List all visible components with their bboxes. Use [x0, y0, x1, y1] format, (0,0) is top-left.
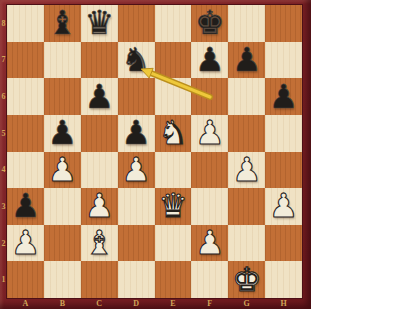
chess-board: ♝♛♚♞♟♟♟♟♟♟♞♟♟♟♟♟♟♛♟♟♝♟♚ — [7, 5, 302, 298]
square-e1[interactable] — [155, 261, 192, 298]
square-f2[interactable]: ♟ — [191, 225, 228, 262]
square-d8[interactable] — [118, 5, 155, 42]
square-b7[interactable] — [44, 42, 81, 79]
square-c2[interactable]: ♝ — [81, 225, 118, 262]
piece-black-pawn-a3[interactable]: ♟ — [11, 188, 41, 224]
square-h3[interactable]: ♟ — [265, 188, 302, 225]
square-a1[interactable] — [7, 261, 44, 298]
square-h1[interactable] — [265, 261, 302, 298]
square-g7[interactable]: ♟ — [228, 42, 265, 79]
square-c6[interactable]: ♟ — [81, 78, 118, 115]
square-c7[interactable] — [81, 42, 118, 79]
square-a4[interactable] — [7, 152, 44, 189]
rank-label-6: 6 — [0, 78, 7, 115]
rank-label-2: 2 — [0, 225, 7, 262]
piece-white-pawn-f5[interactable]: ♟ — [195, 115, 225, 151]
square-e3[interactable]: ♛ — [155, 188, 192, 225]
square-d1[interactable] — [118, 261, 155, 298]
square-a6[interactable] — [7, 78, 44, 115]
piece-white-queen-e3[interactable]: ♛ — [158, 188, 188, 224]
rank-label-4: 4 — [0, 152, 7, 189]
piece-black-pawn-h6[interactable]: ♟ — [269, 79, 299, 115]
file-label-f: F — [191, 298, 228, 309]
piece-white-pawn-h3[interactable]: ♟ — [269, 188, 299, 224]
square-a8[interactable] — [7, 5, 44, 42]
square-d5[interactable]: ♟ — [118, 115, 155, 152]
piece-white-king-g1[interactable]: ♚ — [232, 262, 262, 298]
piece-black-knight-d7[interactable]: ♞ — [121, 42, 151, 78]
square-f8[interactable]: ♚ — [191, 5, 228, 42]
piece-black-pawn-f7[interactable]: ♟ — [195, 42, 225, 78]
piece-white-pawn-d4[interactable]: ♟ — [121, 152, 151, 188]
piece-black-pawn-g7[interactable]: ♟ — [232, 42, 262, 78]
square-a7[interactable] — [7, 42, 44, 79]
file-labels: ABCDEFGH — [7, 298, 302, 309]
square-h8[interactable] — [265, 5, 302, 42]
piece-white-pawn-f2[interactable]: ♟ — [195, 225, 225, 261]
file-label-c: C — [81, 298, 118, 309]
file-label-d: D — [118, 298, 155, 309]
square-h4[interactable] — [265, 152, 302, 189]
rank-label-8: 8 — [0, 5, 7, 42]
square-b5[interactable]: ♟ — [44, 115, 81, 152]
piece-black-pawn-c6[interactable]: ♟ — [84, 79, 114, 115]
square-d4[interactable]: ♟ — [118, 152, 155, 189]
square-f7[interactable]: ♟ — [191, 42, 228, 79]
square-a2[interactable]: ♟ — [7, 225, 44, 262]
square-c5[interactable] — [81, 115, 118, 152]
square-g1[interactable]: ♚ — [228, 261, 265, 298]
square-f4[interactable] — [191, 152, 228, 189]
file-label-g: G — [228, 298, 265, 309]
square-b2[interactable] — [44, 225, 81, 262]
square-d3[interactable] — [118, 188, 155, 225]
file-label-h: H — [265, 298, 302, 309]
piece-black-pawn-d5[interactable]: ♟ — [121, 115, 151, 151]
piece-black-king-f8[interactable]: ♚ — [195, 5, 225, 41]
square-d7[interactable]: ♞ — [118, 42, 155, 79]
square-f6[interactable] — [191, 78, 228, 115]
square-g5[interactable] — [228, 115, 265, 152]
square-f1[interactable] — [191, 261, 228, 298]
square-h6[interactable]: ♟ — [265, 78, 302, 115]
square-h5[interactable] — [265, 115, 302, 152]
piece-black-queen-c8[interactable]: ♛ — [84, 5, 114, 41]
piece-white-bishop-c2[interactable]: ♝ — [84, 225, 114, 261]
square-h2[interactable] — [265, 225, 302, 262]
square-e8[interactable] — [155, 5, 192, 42]
square-b4[interactable]: ♟ — [44, 152, 81, 189]
square-e6[interactable] — [155, 78, 192, 115]
piece-white-pawn-g4[interactable]: ♟ — [232, 152, 262, 188]
square-g4[interactable]: ♟ — [228, 152, 265, 189]
square-g6[interactable] — [228, 78, 265, 115]
piece-white-pawn-c3[interactable]: ♟ — [84, 188, 114, 224]
square-c3[interactable]: ♟ — [81, 188, 118, 225]
square-e5[interactable]: ♞ — [155, 115, 192, 152]
piece-white-pawn-b4[interactable]: ♟ — [48, 152, 78, 188]
piece-white-knight-e5[interactable]: ♞ — [158, 115, 188, 151]
square-b8[interactable]: ♝ — [44, 5, 81, 42]
square-g8[interactable] — [228, 5, 265, 42]
piece-black-pawn-b5[interactable]: ♟ — [48, 115, 78, 151]
square-b6[interactable] — [44, 78, 81, 115]
square-h7[interactable] — [265, 42, 302, 79]
square-e2[interactable] — [155, 225, 192, 262]
square-d2[interactable] — [118, 225, 155, 262]
square-e7[interactable] — [155, 42, 192, 79]
piece-white-pawn-a2[interactable]: ♟ — [11, 225, 41, 261]
square-g2[interactable] — [228, 225, 265, 262]
square-b3[interactable] — [44, 188, 81, 225]
square-c1[interactable] — [81, 261, 118, 298]
file-label-b: B — [44, 298, 81, 309]
rank-label-3: 3 — [0, 188, 7, 225]
piece-black-bishop-b8[interactable]: ♝ — [48, 5, 78, 41]
square-a5[interactable] — [7, 115, 44, 152]
chess-diagram: 87654321 ABCDEFGH ♝♛♚♞♟♟♟♟♟♟♞♟♟♟♟♟♟♛♟♟♝♟… — [0, 0, 414, 311]
square-a3[interactable]: ♟ — [7, 188, 44, 225]
rank-label-5: 5 — [0, 115, 7, 152]
square-g3[interactable] — [228, 188, 265, 225]
square-f3[interactable] — [191, 188, 228, 225]
square-b1[interactable] — [44, 261, 81, 298]
square-c4[interactable] — [81, 152, 118, 189]
file-label-a: A — [7, 298, 44, 309]
square-e4[interactable] — [155, 152, 192, 189]
rank-label-1: 1 — [0, 261, 7, 298]
rank-label-7: 7 — [0, 42, 7, 79]
square-c8[interactable]: ♛ — [81, 5, 118, 42]
square-f5[interactable]: ♟ — [191, 115, 228, 152]
rank-labels: 87654321 — [0, 5, 7, 298]
file-label-e: E — [155, 298, 192, 309]
square-d6[interactable] — [118, 78, 155, 115]
